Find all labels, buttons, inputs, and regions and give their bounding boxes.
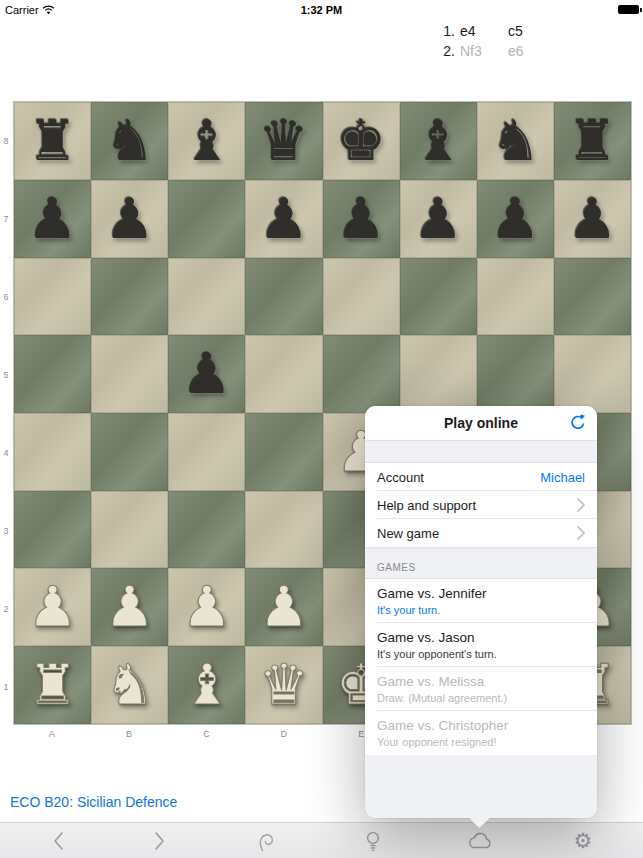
game-status: It's your turn.	[377, 604, 440, 616]
square-b3[interactable]	[91, 491, 168, 568]
square-c2[interactable]: ♟	[168, 568, 245, 646]
white-pawn-piece: ♟	[182, 568, 232, 646]
settings-button[interactable]: ⚙	[567, 825, 599, 857]
black-move: c5	[508, 21, 548, 41]
square-d7[interactable]: ♟	[245, 180, 322, 258]
square-h5[interactable]	[554, 335, 631, 413]
file-label-a: A	[42, 729, 62, 739]
square-e6[interactable]	[323, 258, 400, 335]
square-a4[interactable]	[14, 413, 91, 491]
square-f6[interactable]	[400, 258, 477, 335]
game-title: Game vs. Christopher	[377, 718, 508, 733]
game-status: Your opponent resigned!	[377, 736, 496, 748]
rank-label-3: 3	[0, 526, 12, 536]
lightbulb-icon	[363, 829, 383, 853]
square-d5[interactable]	[245, 335, 322, 413]
popover-footer	[365, 755, 597, 818]
black-pawn-piece: ♟	[336, 180, 386, 258]
square-b4[interactable]	[91, 413, 168, 491]
black-knight-piece: ♞	[490, 102, 540, 180]
square-a1[interactable]: ♜	[14, 646, 91, 724]
black-pawn-piece: ♟	[182, 335, 232, 413]
game-row-jennifer[interactable]: Game vs. Jennifer It's your turn.	[365, 579, 597, 623]
square-a2[interactable]: ♟	[14, 568, 91, 646]
gear-icon: ⚙	[574, 825, 593, 857]
white-pawn-piece: ♟	[259, 568, 309, 646]
white-pawn-piece: ♟	[105, 568, 155, 646]
square-d4[interactable]	[245, 413, 322, 491]
back-button[interactable]	[42, 825, 74, 857]
move-row: 2. Nf3 e6	[437, 41, 548, 61]
square-e5[interactable]	[323, 335, 400, 413]
black-bishop-piece: ♝	[182, 102, 232, 180]
bottom-toolbar: ⚙	[0, 822, 643, 858]
square-g8[interactable]: ♞	[477, 102, 554, 180]
popover-header: Play online	[365, 406, 597, 441]
square-h8[interactable]: ♜	[554, 102, 631, 180]
game-row-jason[interactable]: Game vs. Jason It's your opponent's turn…	[365, 623, 597, 667]
account-label: Account	[377, 470, 540, 485]
square-b7[interactable]: ♟	[91, 180, 168, 258]
chevron-left-icon	[51, 831, 65, 851]
replay-button[interactable]	[249, 825, 281, 857]
square-d8[interactable]: ♛	[245, 102, 322, 180]
square-b5[interactable]	[91, 335, 168, 413]
black-rook-piece: ♜	[27, 102, 77, 180]
square-g5[interactable]	[477, 335, 554, 413]
square-a7[interactable]: ♟	[14, 180, 91, 258]
account-row[interactable]: Account Michael	[365, 463, 597, 491]
file-label-b: B	[119, 729, 139, 739]
black-move: e6	[508, 41, 548, 61]
chevron-right-icon	[153, 831, 167, 851]
white-bishop-piece: ♝	[182, 646, 232, 724]
status-bar: Carrier 1:32 PM	[0, 0, 643, 20]
help-support-label: Help and support	[377, 498, 577, 513]
square-d6[interactable]	[245, 258, 322, 335]
white-rook-piece: ♜	[27, 646, 77, 724]
black-pawn-piece: ♟	[105, 180, 155, 258]
square-h6[interactable]	[554, 258, 631, 335]
square-a3[interactable]	[14, 491, 91, 568]
new-game-label: New game	[377, 526, 577, 541]
game-status: It's your opponent's turn.	[377, 648, 497, 660]
move-number: 2.	[437, 41, 455, 61]
square-h7[interactable]: ♟	[554, 180, 631, 258]
square-c8[interactable]: ♝	[168, 102, 245, 180]
white-move: e4	[460, 21, 508, 41]
square-c7[interactable]	[168, 180, 245, 258]
square-f8[interactable]: ♝	[400, 102, 477, 180]
square-f7[interactable]: ♟	[400, 180, 477, 258]
black-pawn-piece: ♟	[27, 180, 77, 258]
rank-label-2: 2	[0, 604, 12, 614]
white-pawn-piece: ♟	[27, 568, 77, 646]
file-label-d: D	[274, 729, 294, 739]
square-f5[interactable]	[400, 335, 477, 413]
rank-label-8: 8	[0, 136, 12, 146]
forward-button[interactable]	[144, 825, 176, 857]
game-title: Game vs. Melissa	[377, 674, 484, 689]
help-support-row[interactable]: Help and support	[365, 491, 597, 519]
square-c1[interactable]: ♝	[168, 646, 245, 724]
black-pawn-piece: ♟	[490, 180, 540, 258]
square-c6[interactable]	[168, 258, 245, 335]
game-row-christopher: Game vs. Christopher Your opponent resig…	[365, 711, 597, 755]
black-queen-piece: ♛	[259, 102, 309, 180]
square-a8[interactable]: ♜	[14, 102, 91, 180]
file-label-c: C	[196, 729, 216, 739]
cloud-icon	[467, 831, 493, 851]
popover-title: Play online	[444, 415, 518, 431]
refresh-button[interactable]	[566, 411, 590, 435]
square-a5[interactable]	[14, 335, 91, 413]
online-button[interactable]	[464, 825, 496, 857]
rank-label-5: 5	[0, 370, 12, 380]
new-game-row[interactable]: New game	[365, 519, 597, 547]
square-e7[interactable]: ♟	[323, 180, 400, 258]
black-king-piece: ♚	[336, 102, 386, 180]
black-bishop-piece: ♝	[413, 102, 463, 180]
game-title: Game vs. Jason	[377, 630, 475, 645]
square-b1[interactable]: ♞	[91, 646, 168, 724]
square-c5[interactable]: ♟	[168, 335, 245, 413]
black-pawn-piece: ♟	[259, 180, 309, 258]
rank-label-4: 4	[0, 448, 12, 458]
chevron-right-icon	[577, 498, 585, 512]
square-c4[interactable]	[168, 413, 245, 491]
games-section-header: GAMES	[365, 547, 597, 579]
square-b2[interactable]: ♟	[91, 568, 168, 646]
rank-label-6: 6	[0, 292, 12, 302]
square-a6[interactable]	[14, 258, 91, 335]
white-queen-piece: ♛	[259, 646, 309, 724]
square-b8[interactable]: ♞	[91, 102, 168, 180]
clock: 1:32 PM	[0, 4, 643, 16]
black-pawn-piece: ♟	[567, 180, 617, 258]
game-status: Draw. (Mutual agreement.)	[377, 692, 507, 704]
square-g7[interactable]: ♟	[477, 180, 554, 258]
square-d1[interactable]: ♛	[245, 646, 322, 724]
refresh-icon	[568, 413, 588, 433]
square-e8[interactable]: ♚	[323, 102, 400, 180]
square-d2[interactable]: ♟	[245, 568, 322, 646]
square-b6[interactable]	[91, 258, 168, 335]
black-rook-piece: ♜	[567, 102, 617, 180]
move-row: 1. e4 c5	[437, 21, 548, 41]
hint-button[interactable]	[357, 825, 389, 857]
square-d3[interactable]	[245, 491, 322, 568]
account-value: Michael	[540, 470, 585, 485]
square-g6[interactable]	[477, 258, 554, 335]
eco-opening-label[interactable]: ECO B20: Sicilian Defence	[10, 794, 177, 810]
white-move: Nf3	[460, 41, 508, 61]
play-online-popover: Play online Account Michael Help and sup…	[365, 406, 597, 818]
popover-spacer	[365, 441, 597, 463]
game-title: Game vs. Jennifer	[377, 586, 487, 601]
white-knight-piece: ♞	[105, 646, 155, 724]
move-number: 1.	[437, 21, 455, 41]
chevron-right-icon	[577, 526, 585, 540]
square-c3[interactable]	[168, 491, 245, 568]
black-knight-piece: ♞	[105, 102, 155, 180]
black-pawn-piece: ♟	[413, 180, 463, 258]
move-list: 1. e4 c5 2. Nf3 e6	[437, 21, 548, 61]
ear-icon	[254, 829, 276, 853]
rank-label-1: 1	[0, 682, 12, 692]
battery-icon	[618, 5, 639, 14]
rank-label-7: 7	[0, 214, 12, 224]
game-row-melissa: Game vs. Melissa Draw. (Mutual agreement…	[365, 667, 597, 711]
